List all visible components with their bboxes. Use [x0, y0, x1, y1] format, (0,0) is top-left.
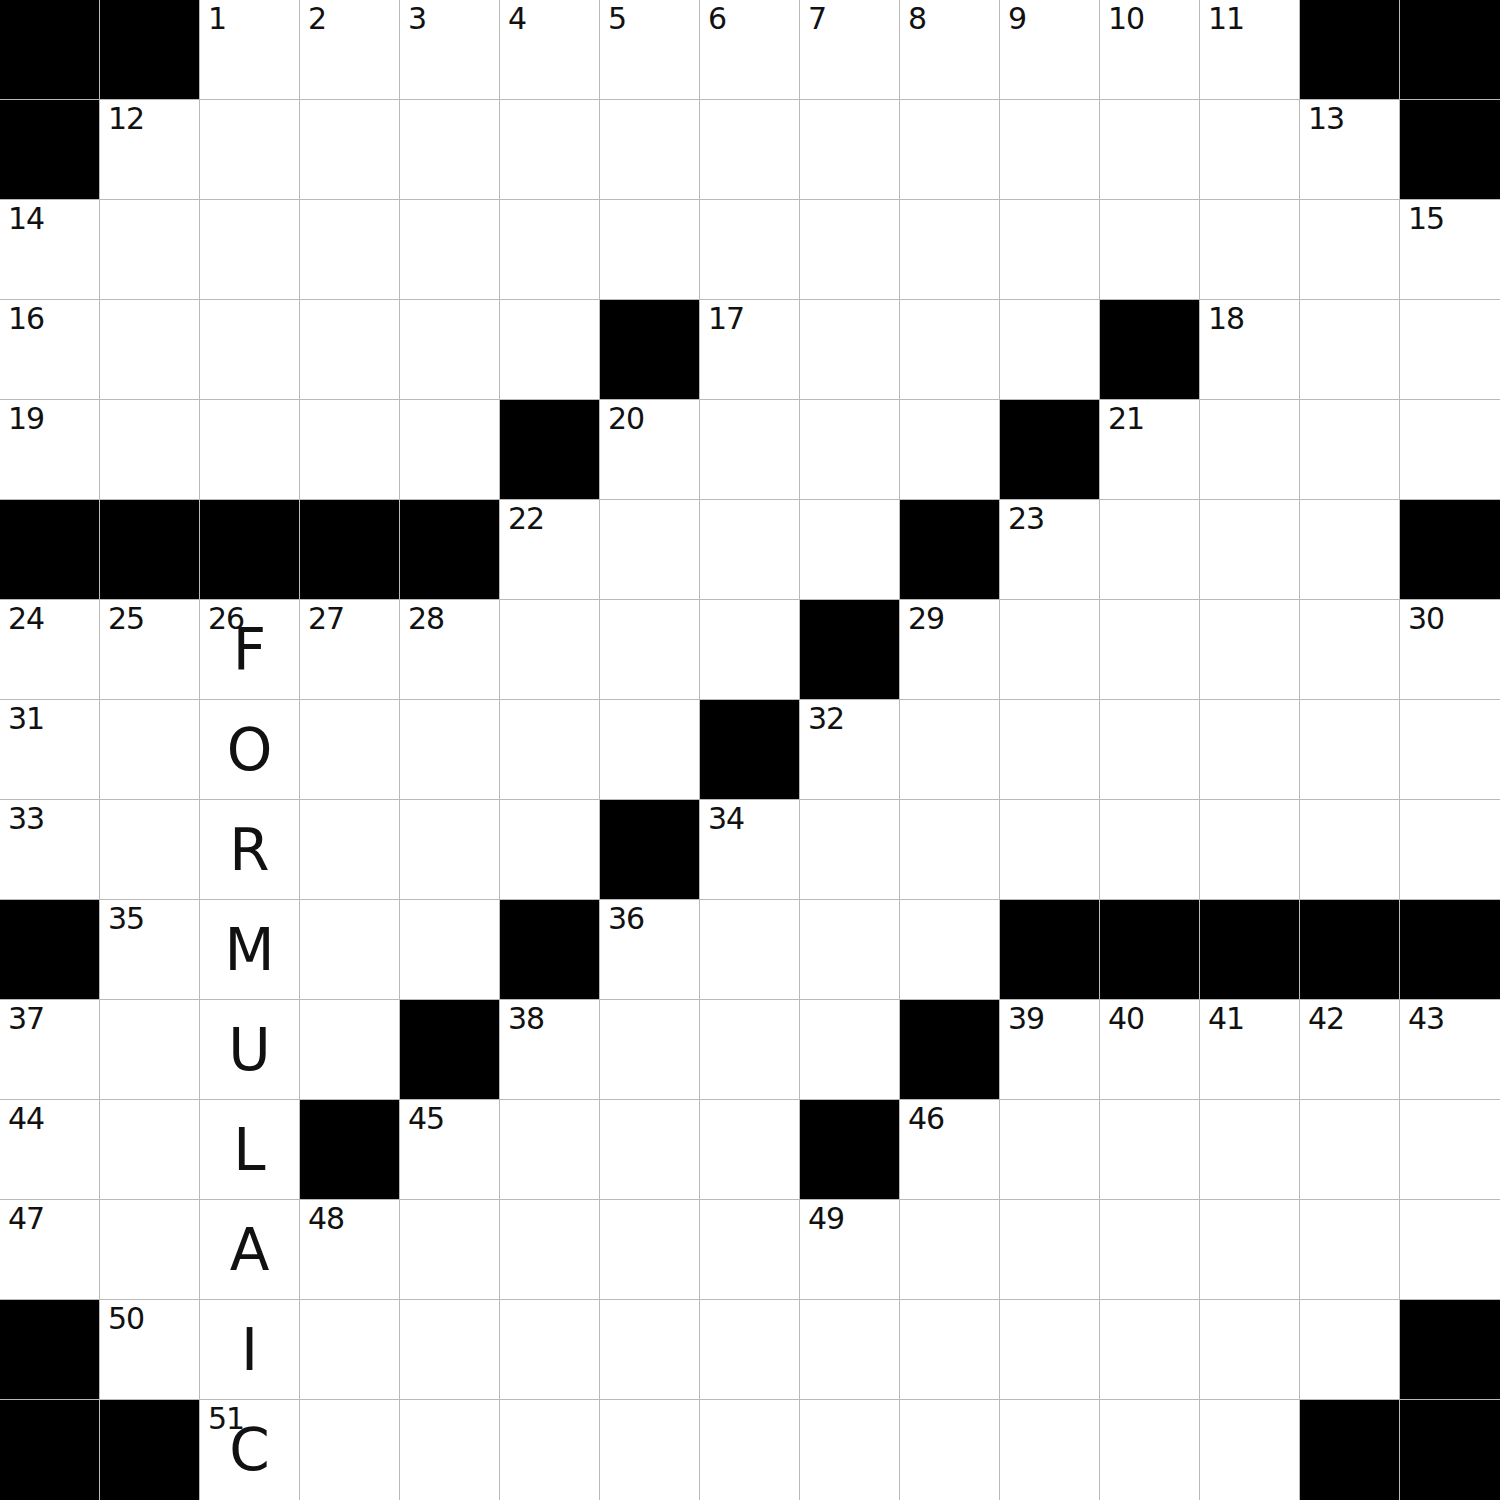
- cell-r2c7[interactable]: [700, 200, 800, 300]
- cell-r2c14[interactable]: 15: [1400, 200, 1500, 300]
- cell-letter: O: [200, 700, 299, 799]
- cell-r3c1[interactable]: [100, 300, 200, 400]
- cell-r3c3[interactable]: [300, 300, 400, 400]
- cell-r4c3[interactable]: [300, 400, 400, 500]
- black-cell-r9c14: [1400, 900, 1500, 1000]
- cell-r4c0[interactable]: 19: [0, 400, 100, 500]
- cell-r13c2[interactable]: I: [200, 1300, 300, 1400]
- cell-r13c7[interactable]: [700, 1300, 800, 1400]
- clue-number-49: 49: [808, 1204, 844, 1234]
- cell-r3c13[interactable]: [1300, 300, 1400, 400]
- cell-r7c14[interactable]: [1400, 700, 1500, 800]
- clue-number-15: 15: [1408, 204, 1444, 234]
- cell-r14c4[interactable]: [400, 1400, 500, 1500]
- cell-r9c7[interactable]: [700, 900, 800, 1000]
- black-cell-r14c1: [100, 1400, 200, 1500]
- cell-r6c9[interactable]: 29: [900, 600, 1000, 700]
- black-cell-r5c3: [300, 500, 400, 600]
- cell-r11c9[interactable]: 46: [900, 1100, 1000, 1200]
- cell-r11c13[interactable]: [1300, 1100, 1400, 1200]
- cell-letter: A: [200, 1200, 299, 1299]
- cell-r7c2[interactable]: O: [200, 700, 300, 800]
- cell-r14c12[interactable]: [1200, 1400, 1300, 1500]
- clue-number-39: 39: [1008, 1004, 1044, 1034]
- cell-r2c10[interactable]: [1000, 200, 1100, 300]
- black-cell-r5c2: [200, 500, 300, 600]
- cell-r2c11[interactable]: [1100, 200, 1200, 300]
- cell-r12c9[interactable]: [900, 1200, 1000, 1300]
- cell-r8c9[interactable]: [900, 800, 1000, 900]
- cell-r8c2[interactable]: R: [200, 800, 300, 900]
- cell-r14c6[interactable]: [600, 1400, 700, 1500]
- black-cell-r9c12: [1200, 900, 1300, 1000]
- clue-number-20: 20: [608, 404, 644, 434]
- cell-r13c12[interactable]: [1200, 1300, 1300, 1400]
- cell-r10c10[interactable]: 39: [1000, 1000, 1100, 1100]
- cell-r1c1[interactable]: 12: [100, 100, 200, 200]
- cell-r5c5[interactable]: 22: [500, 500, 600, 600]
- black-cell-r14c13: [1300, 1400, 1400, 1500]
- cell-r2c13[interactable]: [1300, 200, 1400, 300]
- cell-r11c5[interactable]: [500, 1100, 600, 1200]
- cell-r7c5[interactable]: [500, 700, 600, 800]
- clue-number-47: 47: [8, 1204, 44, 1234]
- cell-r6c0[interactable]: 24: [0, 600, 100, 700]
- crossword-board: 1234567891011121314151617181920212223242…: [0, 0, 1500, 1500]
- cell-r8c11[interactable]: [1100, 800, 1200, 900]
- cell-r12c13[interactable]: [1300, 1200, 1400, 1300]
- cell-r1c4[interactable]: [400, 100, 500, 200]
- cell-r8c4[interactable]: [400, 800, 500, 900]
- cell-r8c8[interactable]: [800, 800, 900, 900]
- cell-r3c9[interactable]: [900, 300, 1000, 400]
- cell-letter: I: [200, 1300, 299, 1399]
- cell-letter: R: [200, 800, 299, 899]
- black-cell-r5c14: [1400, 500, 1500, 600]
- cell-r11c2[interactable]: L: [200, 1100, 300, 1200]
- cell-r4c14[interactable]: [1400, 400, 1500, 500]
- cell-r11c11[interactable]: [1100, 1100, 1200, 1200]
- cell-r4c9[interactable]: [900, 400, 1000, 500]
- cell-r4c11[interactable]: 21: [1100, 400, 1200, 500]
- cell-r1c9[interactable]: [900, 100, 1000, 200]
- clue-number-13: 13: [1308, 104, 1344, 134]
- black-cell-r9c13: [1300, 900, 1400, 1000]
- cell-r12c4[interactable]: [400, 1200, 500, 1300]
- black-cell-r5c0: [0, 500, 100, 600]
- cell-r5c12[interactable]: [1200, 500, 1300, 600]
- cell-r2c9[interactable]: [900, 200, 1000, 300]
- cell-r6c5[interactable]: [500, 600, 600, 700]
- cell-r8c5[interactable]: [500, 800, 600, 900]
- cell-r6c7[interactable]: [700, 600, 800, 700]
- cell-r12c0[interactable]: 47: [0, 1200, 100, 1300]
- clue-number-38: 38: [508, 1004, 544, 1034]
- cell-r8c7[interactable]: 34: [700, 800, 800, 900]
- clue-number-11: 11: [1208, 4, 1244, 34]
- clue-number-50: 50: [108, 1304, 144, 1334]
- cell-r5c6[interactable]: [600, 500, 700, 600]
- cell-r13c9[interactable]: [900, 1300, 1000, 1400]
- cell-r5c11[interactable]: [1100, 500, 1200, 600]
- cell-r4c12[interactable]: [1200, 400, 1300, 500]
- cell-r13c4[interactable]: [400, 1300, 500, 1400]
- cell-r0c11[interactable]: 10: [1100, 0, 1200, 100]
- cell-r13c8[interactable]: [800, 1300, 900, 1400]
- clue-number-46: 46: [908, 1104, 944, 1134]
- cell-r4c7[interactable]: [700, 400, 800, 500]
- cell-r12c12[interactable]: [1200, 1200, 1300, 1300]
- cell-r9c9[interactable]: [900, 900, 1000, 1000]
- cell-r7c10[interactable]: [1000, 700, 1100, 800]
- cell-r8c12[interactable]: [1200, 800, 1300, 900]
- cell-r7c6[interactable]: [600, 700, 700, 800]
- clue-number-25: 25: [108, 604, 144, 634]
- cell-r13c10[interactable]: [1000, 1300, 1100, 1400]
- cell-r12c8[interactable]: 49: [800, 1200, 900, 1300]
- clue-number-18: 18: [1208, 304, 1244, 334]
- cell-r12c1[interactable]: [100, 1200, 200, 1300]
- black-cell-r4c10: [1000, 400, 1100, 500]
- cell-r6c4[interactable]: 28: [400, 600, 500, 700]
- cell-r13c1[interactable]: 50: [100, 1300, 200, 1400]
- cell-r1c13[interactable]: 13: [1300, 100, 1400, 200]
- clue-number-1: 1: [208, 4, 226, 34]
- cell-r8c13[interactable]: [1300, 800, 1400, 900]
- cell-r6c11[interactable]: [1100, 600, 1200, 700]
- clue-number-28: 28: [408, 604, 444, 634]
- clue-number-14: 14: [8, 204, 44, 234]
- cell-r7c13[interactable]: [1300, 700, 1400, 800]
- clue-number-22: 22: [508, 504, 544, 534]
- cell-r14c9[interactable]: [900, 1400, 1000, 1500]
- cell-r6c10[interactable]: [1000, 600, 1100, 700]
- black-cell-r10c9: [900, 1000, 1000, 1100]
- cell-r2c4[interactable]: [400, 200, 500, 300]
- cell-r0c5[interactable]: 4: [500, 0, 600, 100]
- clue-number-7: 7: [808, 4, 826, 34]
- black-cell-r14c14: [1400, 1400, 1500, 1500]
- cell-r3c12[interactable]: 18: [1200, 300, 1300, 400]
- cell-r13c5[interactable]: [500, 1300, 600, 1400]
- black-cell-r11c8: [800, 1100, 900, 1200]
- cell-r14c7[interactable]: [700, 1400, 800, 1500]
- cell-r2c0[interactable]: 14: [0, 200, 100, 300]
- black-cell-r0c0: [0, 0, 100, 100]
- cell-r14c5[interactable]: [500, 1400, 600, 1500]
- black-cell-r0c14: [1400, 0, 1500, 100]
- cell-r0c7[interactable]: 6: [700, 0, 800, 100]
- cell-r8c10[interactable]: [1000, 800, 1100, 900]
- cell-letter: L: [200, 1100, 299, 1199]
- cell-r10c2[interactable]: U: [200, 1000, 300, 1100]
- clue-number-30: 30: [1408, 604, 1444, 634]
- cell-r7c4[interactable]: [400, 700, 500, 800]
- clue-number-2: 2: [308, 4, 326, 34]
- cell-r14c11[interactable]: [1100, 1400, 1200, 1500]
- clue-number-17: 17: [708, 304, 744, 334]
- clue-number-45: 45: [408, 1104, 444, 1134]
- cell-r13c11[interactable]: [1100, 1300, 1200, 1400]
- clue-number-33: 33: [8, 804, 44, 834]
- cell-r6c1[interactable]: 25: [100, 600, 200, 700]
- cell-r11c12[interactable]: [1200, 1100, 1300, 1200]
- cell-r10c3[interactable]: [300, 1000, 400, 1100]
- black-cell-r13c14: [1400, 1300, 1500, 1400]
- cell-r10c7[interactable]: [700, 1000, 800, 1100]
- cell-r0c3[interactable]: 2: [300, 0, 400, 100]
- cell-r12c7[interactable]: [700, 1200, 800, 1300]
- cell-r10c11[interactable]: 40: [1100, 1000, 1200, 1100]
- clue-number-32: 32: [808, 704, 844, 734]
- cell-r11c7[interactable]: [700, 1100, 800, 1200]
- cell-r8c14[interactable]: [1400, 800, 1500, 900]
- clue-number-16: 16: [8, 304, 44, 334]
- cell-r7c0[interactable]: 31: [0, 700, 100, 800]
- black-cell-r10c4: [400, 1000, 500, 1100]
- clue-number-48: 48: [308, 1204, 344, 1234]
- black-cell-r5c9: [900, 500, 1000, 600]
- cell-r12c3[interactable]: 48: [300, 1200, 400, 1300]
- clue-number-37: 37: [8, 1004, 44, 1034]
- clue-number-6: 6: [708, 4, 726, 34]
- cell-r13c3[interactable]: [300, 1300, 400, 1400]
- cell-r1c7[interactable]: [700, 100, 800, 200]
- cell-r3c0[interactable]: 16: [0, 300, 100, 400]
- cell-r13c13[interactable]: [1300, 1300, 1400, 1400]
- cell-r7c9[interactable]: [900, 700, 1000, 800]
- cell-r3c5[interactable]: [500, 300, 600, 400]
- clue-number-43: 43: [1408, 1004, 1444, 1034]
- clue-number-9: 9: [1008, 4, 1026, 34]
- cell-r1c12[interactable]: [1200, 100, 1300, 200]
- cell-r12c14[interactable]: [1400, 1200, 1500, 1300]
- clue-number-40: 40: [1108, 1004, 1144, 1034]
- clue-number-44: 44: [8, 1104, 44, 1134]
- cell-r7c12[interactable]: [1200, 700, 1300, 800]
- cell-r2c2[interactable]: [200, 200, 300, 300]
- cell-r6c13[interactable]: [1300, 600, 1400, 700]
- cell-r4c2[interactable]: [200, 400, 300, 500]
- clue-number-42: 42: [1308, 1004, 1344, 1034]
- cell-r14c10[interactable]: [1000, 1400, 1100, 1500]
- cell-r0c12[interactable]: 11: [1200, 0, 1300, 100]
- cell-r9c4[interactable]: [400, 900, 500, 1000]
- cell-r1c10[interactable]: [1000, 100, 1100, 200]
- cell-r3c8[interactable]: [800, 300, 900, 400]
- clue-number-10: 10: [1108, 4, 1144, 34]
- cell-r7c8[interactable]: 32: [800, 700, 900, 800]
- clue-number-31: 31: [8, 704, 44, 734]
- cell-r14c8[interactable]: [800, 1400, 900, 1500]
- cell-r11c4[interactable]: 45: [400, 1100, 500, 1200]
- cell-r12c2[interactable]: A: [200, 1200, 300, 1300]
- cell-r1c6[interactable]: [600, 100, 700, 200]
- black-cell-r9c11: [1100, 900, 1200, 1000]
- cell-r7c3[interactable]: [300, 700, 400, 800]
- cell-r1c3[interactable]: [300, 100, 400, 200]
- black-cell-r0c1: [100, 0, 200, 100]
- cell-r8c1[interactable]: [100, 800, 200, 900]
- cell-r4c4[interactable]: [400, 400, 500, 500]
- cell-r1c11[interactable]: [1100, 100, 1200, 200]
- cell-r5c8[interactable]: [800, 500, 900, 600]
- cell-r9c8[interactable]: [800, 900, 900, 1000]
- clue-number-5: 5: [608, 4, 626, 34]
- cell-r4c1[interactable]: [100, 400, 200, 500]
- clue-number-19: 19: [8, 404, 44, 434]
- cell-r2c12[interactable]: [1200, 200, 1300, 300]
- cell-r14c3[interactable]: [300, 1400, 400, 1500]
- black-cell-r7c7: [700, 700, 800, 800]
- cell-r13c6[interactable]: [600, 1300, 700, 1400]
- black-cell-r6c8: [800, 600, 900, 700]
- cell-r2c1[interactable]: [100, 200, 200, 300]
- cell-r0c10[interactable]: 9: [1000, 0, 1100, 100]
- cell-letter: U: [200, 1000, 299, 1099]
- cell-r6c12[interactable]: [1200, 600, 1300, 700]
- clue-number-21: 21: [1108, 404, 1144, 434]
- cell-r11c10[interactable]: [1000, 1100, 1100, 1200]
- cell-r6c14[interactable]: 30: [1400, 600, 1500, 700]
- cell-r5c13[interactable]: [1300, 500, 1400, 600]
- cell-r2c8[interactable]: [800, 200, 900, 300]
- cell-r9c1[interactable]: 35: [100, 900, 200, 1000]
- cell-r9c3[interactable]: [300, 900, 400, 1000]
- cell-r14c2[interactable]: 51C: [200, 1400, 300, 1500]
- black-cell-r14c0: [0, 1400, 100, 1500]
- clue-number-23: 23: [1008, 504, 1044, 534]
- cell-r2c3[interactable]: [300, 200, 400, 300]
- clue-number-34: 34: [708, 804, 744, 834]
- clue-number-3: 3: [408, 4, 426, 34]
- cell-r12c5[interactable]: [500, 1200, 600, 1300]
- black-cell-r4c5: [500, 400, 600, 500]
- cell-r12c11[interactable]: [1100, 1200, 1200, 1300]
- clue-number-35: 35: [108, 904, 144, 934]
- cell-r9c6[interactable]: 36: [600, 900, 700, 1000]
- cell-r10c1[interactable]: [100, 1000, 200, 1100]
- clue-number-27: 27: [308, 604, 344, 634]
- cell-r10c6[interactable]: [600, 1000, 700, 1100]
- cell-r10c0[interactable]: 37: [0, 1000, 100, 1100]
- cell-r12c6[interactable]: [600, 1200, 700, 1300]
- black-cell-r1c0: [0, 100, 100, 200]
- black-cell-r9c5: [500, 900, 600, 1000]
- clue-number-12: 12: [108, 104, 144, 134]
- cell-r3c4[interactable]: [400, 300, 500, 400]
- cell-r0c2[interactable]: 1: [200, 0, 300, 100]
- cell-r0c6[interactable]: 5: [600, 0, 700, 100]
- cell-r3c7[interactable]: 17: [700, 300, 800, 400]
- cell-r1c8[interactable]: [800, 100, 900, 200]
- cell-r10c14[interactable]: 43: [1400, 1000, 1500, 1100]
- cell-r5c10[interactable]: 23: [1000, 500, 1100, 600]
- cell-r0c8[interactable]: 7: [800, 0, 900, 100]
- cell-r11c14[interactable]: [1400, 1100, 1500, 1200]
- clue-number-8: 8: [908, 4, 926, 34]
- black-cell-r5c4: [400, 500, 500, 600]
- cell-r10c13[interactable]: 42: [1300, 1000, 1400, 1100]
- cell-r0c4[interactable]: 3: [400, 0, 500, 100]
- cell-r9c2[interactable]: M: [200, 900, 300, 1000]
- black-cell-r1c14: [1400, 100, 1500, 200]
- cell-r5c7[interactable]: [700, 500, 800, 600]
- cell-r10c8[interactable]: [800, 1000, 900, 1100]
- clue-number-4: 4: [508, 4, 526, 34]
- cell-r10c12[interactable]: 41: [1200, 1000, 1300, 1100]
- cell-r2c5[interactable]: [500, 200, 600, 300]
- cell-r3c2[interactable]: [200, 300, 300, 400]
- cell-r0c9[interactable]: 8: [900, 0, 1000, 100]
- black-cell-r0c13: [1300, 0, 1400, 100]
- cell-r12c10[interactable]: [1000, 1200, 1100, 1300]
- black-cell-r13c0: [0, 1300, 100, 1400]
- cell-r7c1[interactable]: [100, 700, 200, 800]
- cell-r8c3[interactable]: [300, 800, 400, 900]
- cell-r11c0[interactable]: 44: [0, 1100, 100, 1200]
- black-cell-r5c1: [100, 500, 200, 600]
- cell-r4c6[interactable]: 20: [600, 400, 700, 500]
- cell-r3c14[interactable]: [1400, 300, 1500, 400]
- black-cell-r3c11: [1100, 300, 1200, 400]
- black-cell-r9c10: [1000, 900, 1100, 1000]
- cell-r1c5[interactable]: [500, 100, 600, 200]
- cell-letter: F: [200, 600, 299, 699]
- cell-r3c10[interactable]: [1000, 300, 1100, 400]
- clue-number-24: 24: [8, 604, 44, 634]
- clue-number-36: 36: [608, 904, 644, 934]
- cell-letter: M: [200, 900, 299, 999]
- cell-letter: C: [200, 1400, 299, 1500]
- clue-number-41: 41: [1208, 1004, 1244, 1034]
- cell-r11c6[interactable]: [600, 1100, 700, 1200]
- cell-r8c0[interactable]: 33: [0, 800, 100, 900]
- cell-r6c6[interactable]: [600, 600, 700, 700]
- black-cell-r3c6: [600, 300, 700, 400]
- black-cell-r9c0: [0, 900, 100, 1000]
- black-cell-r8c6: [600, 800, 700, 900]
- cell-r4c8[interactable]: [800, 400, 900, 500]
- cell-r1c2[interactable]: [200, 100, 300, 200]
- cell-r4c13[interactable]: [1300, 400, 1400, 500]
- cell-r6c2[interactable]: 26F: [200, 600, 300, 700]
- cell-r10c5[interactable]: 38: [500, 1000, 600, 1100]
- cell-r7c11[interactable]: [1100, 700, 1200, 800]
- cell-r6c3[interactable]: 27: [300, 600, 400, 700]
- cell-r11c1[interactable]: [100, 1100, 200, 1200]
- cell-r2c6[interactable]: [600, 200, 700, 300]
- black-cell-r11c3: [300, 1100, 400, 1200]
- clue-number-29: 29: [908, 604, 944, 634]
